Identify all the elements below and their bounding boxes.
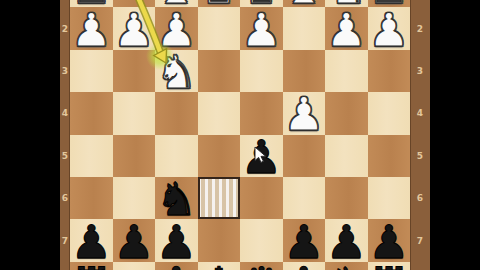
square-c3[interactable] xyxy=(283,50,326,92)
rank-label-right-7: 7 xyxy=(410,219,430,261)
white-pawn-g2[interactable]: ♟ xyxy=(113,7,154,53)
square-c2[interactable] xyxy=(283,7,326,49)
square-c1[interactable]: ♝ xyxy=(283,0,326,7)
square-d6[interactable] xyxy=(240,177,283,219)
square-g2[interactable]: ♟ xyxy=(113,7,156,49)
square-b8[interactable]: ♞ xyxy=(325,262,368,270)
rank-label-left-5: 5 xyxy=(60,135,70,177)
square-h2[interactable]: ♟ xyxy=(70,7,113,49)
square-e3[interactable] xyxy=(198,50,241,92)
white-pawn-h2[interactable]: ♟ xyxy=(71,7,112,53)
square-b6[interactable] xyxy=(325,177,368,219)
square-b3[interactable] xyxy=(325,50,368,92)
rank-label-right-3: 3 xyxy=(410,50,430,92)
square-e1[interactable]: ♚ xyxy=(198,0,241,7)
square-g5[interactable] xyxy=(113,135,156,177)
rank-label-left-2: 2 xyxy=(60,7,70,49)
white-pawn-b2[interactable]: ♟ xyxy=(326,7,367,53)
square-g7[interactable]: ♟ xyxy=(113,219,156,261)
square-b2[interactable]: ♟ xyxy=(325,7,368,49)
rank-label-left-7: 7 xyxy=(60,219,70,261)
square-h8[interactable]: ♜ xyxy=(70,262,113,270)
square-a4[interactable] xyxy=(368,92,411,134)
square-d5[interactable]: ♟ xyxy=(240,135,283,177)
square-h3[interactable] xyxy=(70,50,113,92)
rank-labels-left: 12345678 xyxy=(60,0,70,270)
square-e6[interactable] xyxy=(198,177,241,219)
square-b5[interactable] xyxy=(325,135,368,177)
video-frame: 12345678 ♜♝♚♛♝♞♜♟♟♟♟♟♟♞♟♟♞♟♟♟♟♟♟♜♝♚♛♝♞♜ … xyxy=(0,0,480,270)
white-knight-f3[interactable]: ♞ xyxy=(156,49,197,95)
square-h5[interactable] xyxy=(70,135,113,177)
square-c5[interactable] xyxy=(283,135,326,177)
square-f8[interactable]: ♝ xyxy=(155,262,198,270)
rank-labels-right: 12345678 xyxy=(410,0,430,270)
rank-label-right-5: 5 xyxy=(410,135,430,177)
square-f7[interactable]: ♟ xyxy=(155,219,198,261)
square-a6[interactable] xyxy=(368,177,411,219)
square-d2[interactable]: ♟ xyxy=(240,7,283,49)
black-king-e8[interactable]: ♚ xyxy=(198,261,239,270)
square-f5[interactable] xyxy=(155,135,198,177)
black-pawn-d5[interactable]: ♟ xyxy=(241,134,282,180)
square-f6[interactable]: ♞ xyxy=(155,177,198,219)
square-e7[interactable] xyxy=(198,219,241,261)
square-a7[interactable]: ♟ xyxy=(368,219,411,261)
square-b4[interactable] xyxy=(325,92,368,134)
black-queen-d8[interactable]: ♛ xyxy=(241,261,282,270)
square-d4[interactable] xyxy=(240,92,283,134)
rank-label-right-4: 4 xyxy=(410,92,430,134)
letterbox-left xyxy=(0,0,60,270)
rank-label-left-1: 1 xyxy=(60,0,70,7)
square-e8[interactable]: ♚ xyxy=(198,262,241,270)
square-d3[interactable] xyxy=(240,50,283,92)
rank-label-left-6: 6 xyxy=(60,177,70,219)
square-f4[interactable] xyxy=(155,92,198,134)
square-e5[interactable] xyxy=(198,135,241,177)
black-knight-b8[interactable]: ♞ xyxy=(326,261,367,270)
square-e2[interactable] xyxy=(198,7,241,49)
square-g6[interactable] xyxy=(113,177,156,219)
black-bishop-f8[interactable]: ♝ xyxy=(156,261,197,270)
white-pawn-c4[interactable]: ♟ xyxy=(283,91,324,137)
square-c7[interactable]: ♟ xyxy=(283,219,326,261)
rank-label-left-8: 8 xyxy=(60,262,70,270)
square-h7[interactable]: ♟ xyxy=(70,219,113,261)
rank-label-right-8: 8 xyxy=(410,262,430,270)
rank-label-right-2: 2 xyxy=(410,7,430,49)
white-pawn-d2[interactable]: ♟ xyxy=(241,7,282,53)
square-d7[interactable] xyxy=(240,219,283,261)
square-c8[interactable]: ♝ xyxy=(283,262,326,270)
rank-label-left-4: 4 xyxy=(60,92,70,134)
square-a8[interactable]: ♜ xyxy=(368,262,411,270)
square-h4[interactable] xyxy=(70,92,113,134)
board-grid[interactable]: ♜♝♚♛♝♞♜♟♟♟♟♟♟♞♟♟♞♟♟♟♟♟♟♜♝♚♛♝♞♜ xyxy=(70,0,410,270)
letterbox-right xyxy=(430,0,480,270)
black-rook-a8[interactable]: ♜ xyxy=(368,261,409,270)
square-f2[interactable]: ♟ xyxy=(155,7,198,49)
chess-board: 12345678 ♜♝♚♛♝♞♜♟♟♟♟♟♟♞♟♟♞♟♟♟♟♟♟♜♝♚♛♝♞♜ … xyxy=(60,0,430,270)
white-pawn-a2[interactable]: ♟ xyxy=(368,7,409,53)
square-g3[interactable] xyxy=(113,50,156,92)
rank-label-right-1: 1 xyxy=(410,0,430,7)
black-pawn-g7[interactable]: ♟ xyxy=(113,219,154,265)
rank-label-left-3: 3 xyxy=(60,50,70,92)
square-g4[interactable] xyxy=(113,92,156,134)
black-rook-h8[interactable]: ♜ xyxy=(71,261,112,270)
square-d8[interactable]: ♛ xyxy=(240,262,283,270)
square-g8[interactable] xyxy=(113,262,156,270)
square-b7[interactable]: ♟ xyxy=(325,219,368,261)
square-c4[interactable]: ♟ xyxy=(283,92,326,134)
square-a3[interactable] xyxy=(368,50,411,92)
black-bishop-c8[interactable]: ♝ xyxy=(283,261,324,270)
square-e4[interactable] xyxy=(198,92,241,134)
square-h6[interactable] xyxy=(70,177,113,219)
square-a5[interactable] xyxy=(368,135,411,177)
square-f3[interactable]: ♞ xyxy=(155,50,198,92)
rank-label-right-6: 6 xyxy=(410,177,430,219)
square-a2[interactable]: ♟ xyxy=(368,7,411,49)
square-c6[interactable] xyxy=(283,177,326,219)
